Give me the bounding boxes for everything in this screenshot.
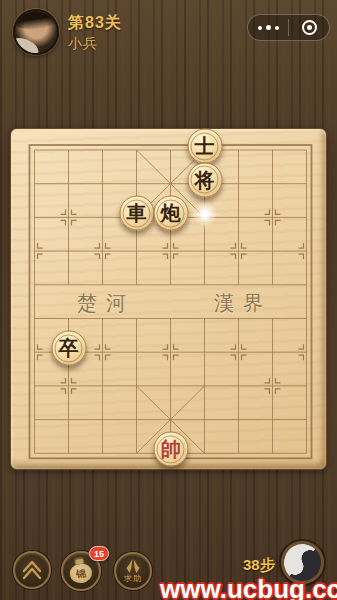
piece-士[interactable]: 士 xyxy=(187,129,222,164)
more-dots-icon xyxy=(258,25,279,30)
piece-label: 卒 xyxy=(59,338,79,358)
bag-label: 锦 xyxy=(75,565,87,580)
miniprogram-capsule xyxy=(247,14,330,41)
chevron-up-icon xyxy=(19,558,45,582)
bag-badge: 15 xyxy=(89,546,109,561)
piece-車[interactable]: 車 xyxy=(119,196,154,231)
help-button[interactable]: 求助 xyxy=(114,552,152,590)
board-grid xyxy=(11,129,328,471)
piece-帥[interactable]: 帥 xyxy=(153,432,188,467)
piece-label: 将 xyxy=(195,169,215,189)
move-counter: 38步 xyxy=(243,556,275,575)
help-label: 求助 xyxy=(124,573,142,584)
more-button[interactable] xyxy=(248,15,288,40)
piece-label: 帥 xyxy=(161,439,181,459)
watermark: www.ucbug.cc xyxy=(160,574,337,600)
target-icon xyxy=(302,20,317,35)
rank-label: 小兵 xyxy=(68,35,98,53)
collapse-button[interactable] xyxy=(13,551,51,589)
exit-button[interactable] xyxy=(289,15,329,40)
avatar[interactable] xyxy=(13,9,59,55)
piece-label: 士 xyxy=(195,136,215,156)
money-bag-icon: 锦 xyxy=(69,562,93,584)
bag-button[interactable]: 锦 15 xyxy=(61,551,101,591)
river-label-left: 楚河 xyxy=(77,289,135,316)
app-screen: 第83关 小兵 楚河 漢界 士将車炮卒帥 锦 15 xyxy=(0,0,337,600)
level-title: 第83关 xyxy=(68,13,122,34)
piece-卒[interactable]: 卒 xyxy=(51,331,86,366)
piece-label: 炮 xyxy=(161,203,181,223)
piece-将[interactable]: 将 xyxy=(187,162,222,197)
piece-label: 車 xyxy=(127,203,147,223)
xiangqi-board[interactable]: 楚河 漢界 士将車炮卒帥 xyxy=(10,128,327,470)
river-label-right: 漢界 xyxy=(214,289,272,316)
piece-炮[interactable]: 炮 xyxy=(153,196,188,231)
